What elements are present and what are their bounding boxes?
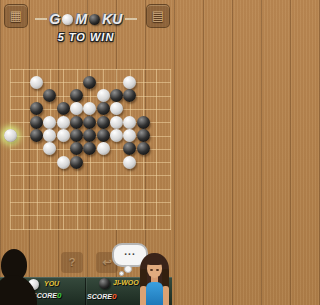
game-title: G M KU [0, 6, 172, 22]
black-stone [83, 116, 96, 129]
score-bar-divider [85, 278, 86, 305]
white-stone [97, 89, 110, 102]
white-stone [123, 156, 136, 169]
player-right-name: JI-WOO [113, 279, 139, 286]
white-stone [110, 129, 123, 142]
black-stone [70, 89, 83, 102]
black-stone [97, 102, 110, 115]
black-stone [110, 89, 123, 102]
subtitle-5-to-win: 5 TO WIN [0, 31, 172, 43]
thought-bubble-tail [124, 265, 132, 273]
white-stone [57, 116, 70, 129]
help-button[interactable]: ? [61, 252, 83, 273]
black-stone [97, 116, 110, 129]
title-dash-right [125, 18, 137, 20]
avatar-blue-top [146, 282, 163, 305]
title-letters-ku: KU [102, 11, 122, 27]
white-stone [4, 129, 17, 142]
title-dash-left [35, 18, 47, 20]
white-stone [123, 76, 136, 89]
black-stone [137, 142, 150, 155]
undo-arrow-icon: ↩ [102, 256, 111, 268]
white-stone [30, 76, 43, 89]
white-stone [123, 116, 136, 129]
black-stone [137, 116, 150, 129]
white-stone-icon [62, 14, 73, 25]
black-stone [30, 129, 43, 142]
player-left-score-value: 0 [57, 291, 61, 300]
player-left-avatar [0, 249, 37, 305]
avatar-eye-left [150, 269, 153, 271]
white-stone [110, 116, 123, 129]
player-right-score-value: 0 [112, 292, 116, 301]
player-black-stone-icon [99, 278, 110, 289]
thought-bubble-text: ... [124, 246, 135, 257]
black-stone [97, 129, 110, 142]
player-right-score-label: SCORE [87, 293, 112, 300]
black-stone [70, 156, 83, 169]
title-letter-g: G [50, 11, 61, 27]
thought-bubble-tail-small [119, 271, 124, 276]
player-left-name: YOU [44, 280, 59, 287]
question-mark-icon: ? [69, 256, 76, 268]
black-stone [70, 116, 83, 129]
title-letter-m: M [75, 11, 87, 27]
avatar-arm-right [162, 286, 169, 305]
silhouette-body [0, 275, 37, 305]
black-stone-icon [89, 14, 100, 25]
black-stone [137, 129, 150, 142]
white-stone [57, 156, 70, 169]
white-stone [57, 129, 70, 142]
black-stone [70, 129, 83, 142]
black-stone [30, 116, 43, 129]
avatar-hair-fringe [145, 256, 164, 265]
player-right-avatar [137, 253, 172, 305]
avatar-eye-right [156, 269, 159, 271]
gomoku-app: { "game": "gomoku", "header": { "title":… [0, 0, 172, 305]
white-stone [97, 142, 110, 155]
